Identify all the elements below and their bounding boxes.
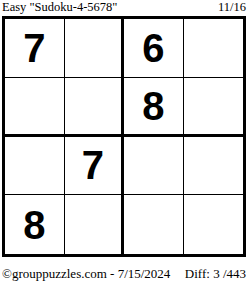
cell-r3c1[interactable]: [5, 137, 65, 196]
cell-r2c1[interactable]: [5, 78, 65, 137]
cell-r1c3: 6: [124, 19, 184, 78]
cell-r3c2: 7: [65, 137, 125, 196]
footer-difficulty: Diff: 3 /443: [185, 266, 246, 281]
header: Easy "Sudoku-4-5678" 11/16: [2, 0, 246, 14]
cell-r4c3[interactable]: [124, 195, 184, 254]
cell-r4c2[interactable]: [65, 195, 125, 254]
cell-r1c4[interactable]: [184, 19, 244, 78]
cell-r4c4[interactable]: [184, 195, 244, 254]
cell-r4c1: 8: [5, 195, 65, 254]
sudoku-grid: 7 6 8 7 8: [2, 16, 246, 257]
cell-r3c4[interactable]: [184, 137, 244, 196]
cell-r2c2[interactable]: [65, 78, 125, 137]
page-title: Easy "Sudoku-4-5678": [2, 0, 117, 14]
cell-r3c3[interactable]: [124, 137, 184, 196]
sudoku-page: Easy "Sudoku-4-5678" 11/16 7 6 8 7 8 ©gr…: [0, 0, 248, 282]
cell-r2c4[interactable]: [184, 78, 244, 137]
footer-copyright: ©grouppuzzles.com - 7/15/2024: [2, 266, 170, 281]
cell-r1c1: 7: [5, 19, 65, 78]
cell-r1c2[interactable]: [65, 19, 125, 78]
cell-r2c3: 8: [124, 78, 184, 137]
page-number: 11/16: [218, 0, 246, 14]
footer: ©grouppuzzles.com - 7/15/2024 Diff: 3 /4…: [2, 266, 246, 281]
